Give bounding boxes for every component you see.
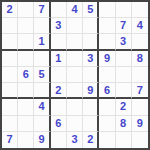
- sudoku-cell-r4c6[interactable]: 3: [83, 51, 99, 67]
- given-digit: 4: [137, 20, 143, 31]
- sudoku-cell-r6c1[interactable]: [2, 83, 18, 99]
- sudoku-cell-r9c1[interactable]: 7: [2, 132, 18, 148]
- sudoku-cell-r1c7[interactable]: [99, 2, 115, 18]
- sudoku-board: 2745374131398652967426897932: [0, 0, 150, 150]
- sudoku-cell-r1c6[interactable]: 5: [83, 2, 99, 18]
- given-digit: 9: [38, 134, 44, 145]
- given-digit: 5: [38, 69, 44, 80]
- sudoku-cell-r8c4[interactable]: 6: [51, 116, 67, 132]
- sudoku-cell-r4c9[interactable]: 8: [132, 51, 148, 67]
- sudoku-cell-r2c3[interactable]: [34, 18, 50, 34]
- sudoku-cell-r7c2[interactable]: [18, 99, 34, 115]
- given-digit: 2: [87, 134, 93, 145]
- sudoku-cell-r4c5[interactable]: [67, 51, 83, 67]
- sudoku-cell-r3c1[interactable]: [2, 34, 18, 50]
- sudoku-cell-r1c4[interactable]: [51, 2, 67, 18]
- given-digit: 2: [7, 4, 13, 15]
- sudoku-cell-r3c5[interactable]: [67, 34, 83, 50]
- sudoku-cell-r4c2[interactable]: [18, 51, 34, 67]
- sudoku-cell-r7c1[interactable]: [2, 99, 18, 115]
- given-digit: 3: [87, 53, 93, 64]
- given-digit: 8: [120, 118, 126, 129]
- sudoku-cell-r8c1[interactable]: [2, 116, 18, 132]
- sudoku-cell-r2c4[interactable]: 3: [51, 18, 67, 34]
- sudoku-cell-r5c3[interactable]: 5: [34, 67, 50, 83]
- sudoku-cell-r8c6[interactable]: [83, 116, 99, 132]
- sudoku-cell-r6c5[interactable]: [67, 83, 83, 99]
- sudoku-cell-r3c7[interactable]: [99, 34, 115, 50]
- sudoku-cell-r3c9[interactable]: [132, 34, 148, 50]
- given-digit: 4: [71, 4, 77, 15]
- sudoku-cell-r2c7[interactable]: [99, 18, 115, 34]
- given-digit: 2: [55, 85, 61, 96]
- sudoku-cell-r5c8[interactable]: [116, 67, 132, 83]
- sudoku-cell-r7c7[interactable]: [99, 99, 115, 115]
- sudoku-cell-r2c2[interactable]: [18, 18, 34, 34]
- sudoku-cell-r5c1[interactable]: [2, 67, 18, 83]
- sudoku-cell-r3c2[interactable]: [18, 34, 34, 50]
- given-digit: 7: [120, 20, 126, 31]
- sudoku-cell-r7c5[interactable]: [67, 99, 83, 115]
- sudoku-cell-r7c4[interactable]: [51, 99, 67, 115]
- sudoku-cell-r9c5[interactable]: 3: [67, 132, 83, 148]
- given-digit: 7: [38, 4, 44, 15]
- sudoku-cell-r8c9[interactable]: 9: [132, 116, 148, 132]
- sudoku-cell-r1c1[interactable]: 2: [2, 2, 18, 18]
- sudoku-cell-r5c6[interactable]: [83, 67, 99, 83]
- sudoku-cell-r6c2[interactable]: [18, 83, 34, 99]
- sudoku-cell-r9c4[interactable]: [51, 132, 67, 148]
- given-digit: 4: [38, 101, 44, 112]
- given-digit: 3: [120, 36, 126, 47]
- sudoku-cell-r9c9[interactable]: [132, 132, 148, 148]
- given-digit: 1: [55, 53, 61, 64]
- sudoku-cell-r4c3[interactable]: [34, 51, 50, 67]
- sudoku-cell-r2c5[interactable]: [67, 18, 83, 34]
- sudoku-cell-r7c3[interactable]: 4: [34, 99, 50, 115]
- sudoku-cell-r6c4[interactable]: 2: [51, 83, 67, 99]
- sudoku-cell-r8c5[interactable]: [67, 116, 83, 132]
- sudoku-cell-r1c2[interactable]: [18, 2, 34, 18]
- sudoku-cell-r1c9[interactable]: [132, 2, 148, 18]
- sudoku-cell-r5c5[interactable]: [67, 67, 83, 83]
- sudoku-cell-r3c3[interactable]: 1: [34, 34, 50, 50]
- given-digit: 6: [55, 118, 61, 129]
- sudoku-cell-r5c2[interactable]: 6: [18, 67, 34, 83]
- sudoku-cell-r9c2[interactable]: [18, 132, 34, 148]
- sudoku-cell-r5c7[interactable]: [99, 67, 115, 83]
- sudoku-cell-r6c9[interactable]: 7: [132, 83, 148, 99]
- sudoku-cell-r4c8[interactable]: [116, 51, 132, 67]
- sudoku-cell-r7c9[interactable]: [132, 99, 148, 115]
- sudoku-cell-r4c4[interactable]: 1: [51, 51, 67, 67]
- sudoku-cell-r5c9[interactable]: [132, 67, 148, 83]
- sudoku-cell-r2c9[interactable]: 4: [132, 18, 148, 34]
- given-digit: 3: [71, 134, 77, 145]
- given-digit: 6: [23, 69, 29, 80]
- sudoku-cell-r9c3[interactable]: 9: [34, 132, 50, 148]
- sudoku-cell-r9c8[interactable]: [116, 132, 132, 148]
- sudoku-cell-r8c8[interactable]: 8: [116, 116, 132, 132]
- sudoku-cell-r1c5[interactable]: 4: [67, 2, 83, 18]
- sudoku-cell-r6c8[interactable]: [116, 83, 132, 99]
- sudoku-cell-r6c3[interactable]: [34, 83, 50, 99]
- sudoku-cell-r2c8[interactable]: 7: [116, 18, 132, 34]
- given-digit: 3: [55, 20, 61, 31]
- sudoku-cell-r4c7[interactable]: 9: [99, 51, 115, 67]
- sudoku-cell-r7c6[interactable]: [83, 99, 99, 115]
- sudoku-cell-r8c7[interactable]: [99, 116, 115, 132]
- given-digit: 9: [87, 85, 93, 96]
- sudoku-cell-r4c1[interactable]: [2, 51, 18, 67]
- sudoku-cell-r1c8[interactable]: [116, 2, 132, 18]
- sudoku-cell-r6c7[interactable]: 6: [99, 83, 115, 99]
- given-digit: 8: [137, 53, 143, 64]
- given-digit: 1: [38, 36, 44, 47]
- given-digit: 9: [104, 53, 110, 64]
- sudoku-cell-r2c6[interactable]: [83, 18, 99, 34]
- sudoku-cell-r5c4[interactable]: [51, 67, 67, 83]
- given-digit: 6: [104, 85, 110, 96]
- sudoku-cell-r6c6[interactable]: 9: [83, 83, 99, 99]
- sudoku-cell-r3c6[interactable]: [83, 34, 99, 50]
- sudoku-cell-r8c2[interactable]: [18, 116, 34, 132]
- sudoku-cell-r7c8[interactable]: 2: [116, 99, 132, 115]
- sudoku-cell-r1c3[interactable]: 7: [34, 2, 50, 18]
- sudoku-cell-r2c1[interactable]: [2, 18, 18, 34]
- sudoku-cell-r9c7[interactable]: [99, 132, 115, 148]
- given-digit: 7: [137, 85, 143, 96]
- sudoku-cell-r3c4[interactable]: [51, 34, 67, 50]
- given-digit: 5: [87, 4, 93, 15]
- sudoku-cell-r9c6[interactable]: 2: [83, 132, 99, 148]
- given-digit: 2: [120, 101, 126, 112]
- given-digit: 9: [137, 118, 143, 129]
- sudoku-cell-r8c3[interactable]: [34, 116, 50, 132]
- given-digit: 7: [7, 134, 13, 145]
- sudoku-cell-r3c8[interactable]: 3: [116, 34, 132, 50]
